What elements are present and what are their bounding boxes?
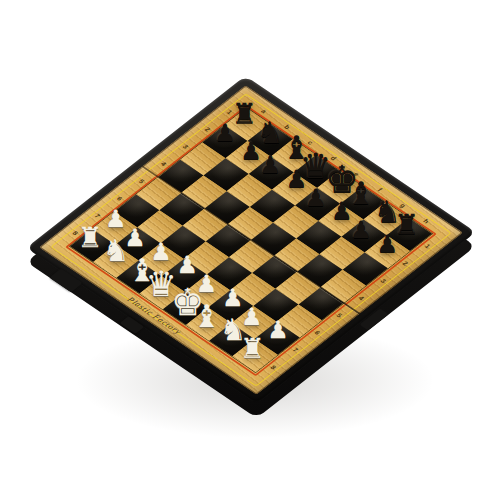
- product-photo: ♜♞♝♛♚♝♞♜♟♟♟♟♟♟♟♟♟♟♟♟♟♟♟♟♜♞♝♛♚♝♞♜ a11b22c…: [0, 0, 500, 500]
- white-rook-h1[interactable]: ♜: [236, 333, 268, 365]
- black-pawn-h7[interactable]: ♟: [371, 228, 403, 260]
